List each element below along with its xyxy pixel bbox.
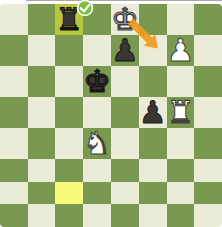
square-b8[interactable] — [28, 4, 56, 35]
square-d1[interactable] — [83, 204, 111, 227]
square-h3[interactable] — [194, 159, 222, 182]
square-f1[interactable] — [139, 204, 167, 227]
square-c4[interactable] — [55, 128, 83, 159]
square-e2[interactable] — [111, 182, 139, 205]
square-c5[interactable] — [55, 97, 83, 128]
square-f8[interactable] — [139, 4, 167, 35]
square-d5[interactable] — [83, 97, 111, 128]
square-b1[interactable] — [28, 204, 56, 227]
square-c8[interactable]: ♜ — [55, 4, 83, 35]
piece-white-pawn[interactable]: ♟ — [167, 35, 195, 66]
square-e7[interactable]: ♟ — [111, 35, 139, 66]
square-d6[interactable]: ♚ — [83, 66, 111, 97]
square-a5[interactable] — [0, 97, 28, 128]
piece-black-pawn[interactable]: ♟ — [111, 35, 139, 66]
square-b7[interactable] — [28, 35, 56, 66]
square-e1[interactable] — [111, 204, 139, 227]
square-c6[interactable] — [55, 66, 83, 97]
piece-white-king[interactable]: ♚ — [111, 4, 139, 35]
square-e8[interactable]: ♚ — [111, 4, 139, 35]
square-f3[interactable] — [139, 159, 167, 182]
square-e3[interactable] — [111, 159, 139, 182]
square-d2[interactable] — [83, 182, 111, 205]
square-c7[interactable] — [55, 35, 83, 66]
square-d7[interactable] — [83, 35, 111, 66]
piece-white-knight[interactable]: ♞ — [83, 128, 111, 159]
square-c1[interactable] — [55, 204, 83, 227]
screenshot-stage: ♜♚♟♟♚♟♜♞ — [0, 0, 222, 227]
square-a6[interactable] — [0, 66, 28, 97]
square-h6[interactable] — [194, 66, 222, 97]
square-a7[interactable] — [0, 35, 28, 66]
square-h1[interactable] — [194, 204, 222, 227]
square-f4[interactable] — [139, 128, 167, 159]
square-d4[interactable]: ♞ — [83, 128, 111, 159]
square-b2[interactable] — [28, 182, 56, 205]
square-f5[interactable]: ♟ — [139, 97, 167, 128]
square-c3[interactable] — [55, 159, 83, 182]
square-f6[interactable] — [139, 66, 167, 97]
square-b5[interactable] — [28, 97, 56, 128]
piece-black-rook[interactable]: ♜ — [55, 4, 83, 35]
square-h2[interactable] — [194, 182, 222, 205]
piece-black-pawn[interactable]: ♟ — [139, 97, 167, 128]
piece-black-king[interactable]: ♚ — [83, 66, 111, 97]
square-e6[interactable] — [111, 66, 139, 97]
square-f7[interactable] — [139, 35, 167, 66]
square-h8[interactable] — [194, 4, 222, 35]
square-f2[interactable] — [139, 182, 167, 205]
square-a2[interactable] — [0, 182, 28, 205]
square-h4[interactable] — [194, 128, 222, 159]
top-divider-line — [26, 0, 222, 1]
square-g6[interactable] — [167, 66, 195, 97]
square-g7[interactable]: ♟ — [167, 35, 195, 66]
square-g4[interactable] — [167, 128, 195, 159]
chess-board[interactable]: ♜♚♟♟♚♟♜♞ — [0, 4, 222, 227]
square-a4[interactable] — [0, 128, 28, 159]
square-b3[interactable] — [28, 159, 56, 182]
square-e5[interactable] — [111, 97, 139, 128]
square-e4[interactable] — [111, 128, 139, 159]
square-g3[interactable] — [167, 159, 195, 182]
square-b4[interactable] — [28, 128, 56, 159]
piece-white-rook[interactable]: ♜ — [167, 97, 195, 128]
square-g1[interactable] — [167, 204, 195, 227]
square-a3[interactable] — [0, 159, 28, 182]
square-g8[interactable] — [167, 4, 195, 35]
square-h5[interactable] — [194, 97, 222, 128]
square-a8[interactable] — [0, 4, 28, 35]
square-d3[interactable] — [83, 159, 111, 182]
square-h7[interactable] — [194, 35, 222, 66]
square-d8[interactable] — [83, 4, 111, 35]
square-c2[interactable] — [55, 182, 83, 205]
square-a1[interactable] — [0, 204, 28, 227]
square-g2[interactable] — [167, 182, 195, 205]
square-b6[interactable] — [28, 66, 56, 97]
square-g5[interactable]: ♜ — [167, 97, 195, 128]
